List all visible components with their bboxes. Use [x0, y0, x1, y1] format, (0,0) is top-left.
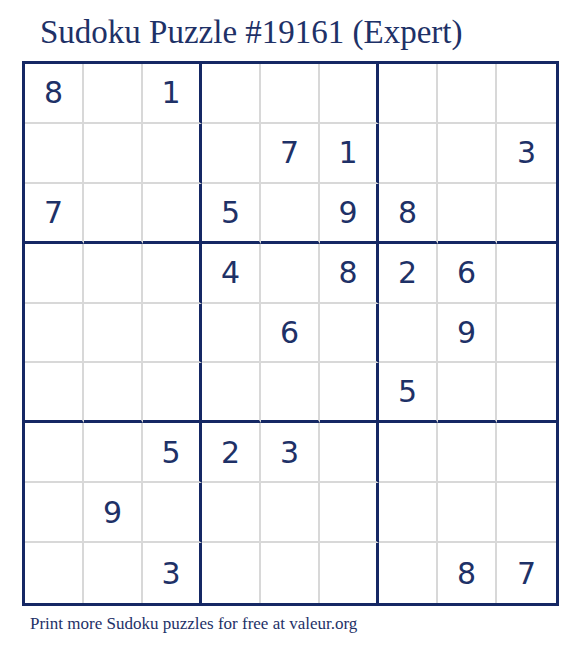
cell-r6c1[interactable] — [25, 363, 84, 423]
cell-r5c1[interactable] — [25, 304, 84, 364]
cell-r9c6[interactable] — [320, 543, 379, 603]
cell-r7c9[interactable] — [497, 423, 556, 483]
cell-r7c3[interactable]: 5 — [143, 423, 202, 483]
cell-r3c1[interactable]: 7 — [25, 184, 84, 244]
cell-r9c8[interactable]: 8 — [438, 543, 497, 603]
cell-r8c4[interactable] — [202, 483, 261, 543]
cell-r5c3[interactable] — [143, 304, 202, 364]
cell-r1c7[interactable] — [379, 64, 438, 124]
cell-r4c6[interactable]: 8 — [320, 244, 379, 304]
cell-r3c4[interactable]: 5 — [202, 184, 261, 244]
cell-r2c6[interactable]: 1 — [320, 124, 379, 184]
cell-r9c9[interactable]: 7 — [497, 543, 556, 603]
cell-r3c8[interactable] — [438, 184, 497, 244]
cell-r4c4[interactable]: 4 — [202, 244, 261, 304]
cell-r3c3[interactable] — [143, 184, 202, 244]
cell-r5c9[interactable] — [497, 304, 556, 364]
cell-r3c2[interactable] — [84, 184, 143, 244]
cell-r1c9[interactable] — [497, 64, 556, 124]
cell-r5c6[interactable] — [320, 304, 379, 364]
cell-r2c1[interactable] — [25, 124, 84, 184]
footer-text: Print more Sudoku puzzles for free at va… — [30, 614, 357, 634]
cell-r2c8[interactable] — [438, 124, 497, 184]
cell-r9c7[interactable] — [379, 543, 438, 603]
cell-r7c1[interactable] — [25, 423, 84, 483]
cell-r2c9[interactable]: 3 — [497, 124, 556, 184]
cell-r8c6[interactable] — [320, 483, 379, 543]
cell-r1c1[interactable]: 8 — [25, 64, 84, 124]
cell-r4c8[interactable]: 6 — [438, 244, 497, 304]
cell-r7c6[interactable] — [320, 423, 379, 483]
cell-r2c7[interactable] — [379, 124, 438, 184]
cell-r6c3[interactable] — [143, 363, 202, 423]
cell-r8c9[interactable] — [497, 483, 556, 543]
cell-r8c7[interactable] — [379, 483, 438, 543]
cell-r8c5[interactable] — [261, 483, 320, 543]
cell-r5c8[interactable]: 9 — [438, 304, 497, 364]
cell-r6c5[interactable] — [261, 363, 320, 423]
cell-r9c4[interactable] — [202, 543, 261, 603]
cell-r9c2[interactable] — [84, 543, 143, 603]
cell-r3c6[interactable]: 9 — [320, 184, 379, 244]
cell-r5c7[interactable] — [379, 304, 438, 364]
cell-r5c5[interactable]: 6 — [261, 304, 320, 364]
cell-r6c7[interactable]: 5 — [379, 363, 438, 423]
cell-r9c3[interactable]: 3 — [143, 543, 202, 603]
cell-r8c8[interactable] — [438, 483, 497, 543]
cell-r2c3[interactable] — [143, 124, 202, 184]
cell-r3c5[interactable] — [261, 184, 320, 244]
cell-r3c7[interactable]: 8 — [379, 184, 438, 244]
cell-r2c4[interactable] — [202, 124, 261, 184]
cell-r1c4[interactable] — [202, 64, 261, 124]
cell-r9c5[interactable] — [261, 543, 320, 603]
cell-r3c9[interactable] — [497, 184, 556, 244]
cell-r4c5[interactable] — [261, 244, 320, 304]
cell-r7c5[interactable]: 3 — [261, 423, 320, 483]
cell-r7c7[interactable] — [379, 423, 438, 483]
cell-r8c3[interactable] — [143, 483, 202, 543]
cell-r8c2[interactable]: 9 — [84, 483, 143, 543]
cell-r1c5[interactable] — [261, 64, 320, 124]
cell-r7c4[interactable]: 2 — [202, 423, 261, 483]
cell-r6c8[interactable] — [438, 363, 497, 423]
cell-r2c2[interactable] — [84, 124, 143, 184]
cell-r7c2[interactable] — [84, 423, 143, 483]
cell-r4c3[interactable] — [143, 244, 202, 304]
cell-r4c2[interactable] — [84, 244, 143, 304]
page-root: Sudoku Puzzle #19161 (Expert) 8171375984… — [0, 0, 580, 651]
cell-r9c1[interactable] — [25, 543, 84, 603]
cell-r6c2[interactable] — [84, 363, 143, 423]
cell-r4c1[interactable] — [25, 244, 84, 304]
cell-r6c4[interactable] — [202, 363, 261, 423]
cell-r7c8[interactable] — [438, 423, 497, 483]
cell-r1c2[interactable] — [84, 64, 143, 124]
cell-r1c6[interactable] — [320, 64, 379, 124]
cell-r5c4[interactable] — [202, 304, 261, 364]
cell-r1c8[interactable] — [438, 64, 497, 124]
cell-r4c9[interactable] — [497, 244, 556, 304]
puzzle-title: Sudoku Puzzle #19161 (Expert) — [40, 13, 463, 53]
cell-r1c3[interactable]: 1 — [143, 64, 202, 124]
cell-r8c1[interactable] — [25, 483, 84, 543]
cell-r5c2[interactable] — [84, 304, 143, 364]
cell-r6c6[interactable] — [320, 363, 379, 423]
cell-r6c9[interactable] — [497, 363, 556, 423]
cell-r2c5[interactable]: 7 — [261, 124, 320, 184]
sudoku-grid: 81713759848266955239387 — [22, 61, 559, 606]
cell-r4c7[interactable]: 2 — [379, 244, 438, 304]
